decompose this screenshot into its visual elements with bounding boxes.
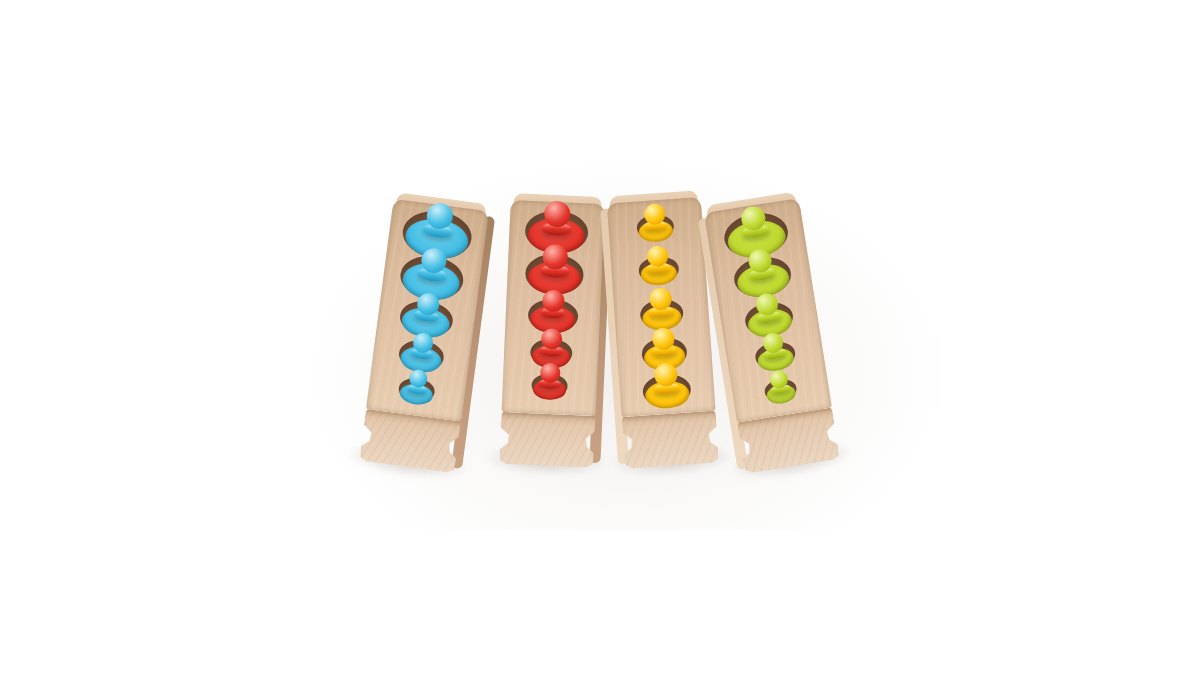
block-top-face bbox=[704, 198, 832, 422]
scene bbox=[0, 0, 1200, 675]
block-top-face bbox=[502, 200, 605, 416]
block-blue bbox=[359, 199, 489, 473]
block-front-face bbox=[622, 411, 719, 469]
block-red bbox=[499, 200, 604, 468]
block-front-face bbox=[499, 412, 595, 468]
block-green bbox=[704, 198, 840, 474]
